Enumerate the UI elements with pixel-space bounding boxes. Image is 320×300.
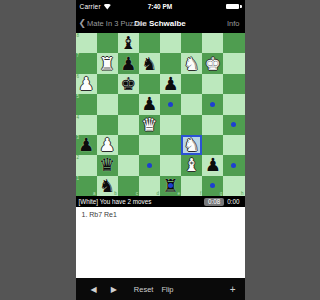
black-pawn[interactable]: ♟ <box>160 74 181 94</box>
square-g8[interactable] <box>202 33 223 53</box>
square-c7[interactable]: ♟ <box>118 53 139 73</box>
square-g3[interactable] <box>202 135 223 155</box>
move-list-area: 1. Rb7 Re1 <box>76 207 245 278</box>
black-pawn[interactable]: ♟ <box>118 53 139 73</box>
white-knight[interactable]: ♞ <box>181 53 202 73</box>
square-c6[interactable]: ♚ <box>118 74 139 94</box>
status-bar: Carrier 7:40 PM <box>76 0 245 13</box>
file-label: d <box>156 191 159 196</box>
square-e2[interactable] <box>160 155 181 175</box>
move-list: 1. Rb7 Re1 <box>82 211 245 218</box>
rank-label: 4 <box>77 115 80 120</box>
square-f7[interactable]: ♞ <box>181 53 202 73</box>
black-pawn[interactable]: ♟ <box>139 94 160 114</box>
square-b4[interactable] <box>97 115 118 135</box>
back-chevron-icon: ❮ <box>79 18 87 28</box>
add-button[interactable]: + <box>230 284 236 295</box>
rank-label: 2 <box>77 155 80 160</box>
header: Carrier 7:40 PM ❮ Mate In 3 Puzzles Die … <box>76 0 245 33</box>
square-h1[interactable]: h <box>223 176 244 196</box>
rank-label: 7 <box>77 53 80 58</box>
square-e6[interactable]: ♟ <box>160 74 181 94</box>
rank-label: 5 <box>77 94 80 99</box>
square-h3[interactable] <box>223 135 244 155</box>
square-c8[interactable]: ♝ <box>118 33 139 53</box>
square-d2[interactable] <box>139 155 160 175</box>
square-b7[interactable]: ♜ <box>97 53 118 73</box>
legal-move-dot <box>147 163 152 168</box>
square-a8[interactable]: 8 <box>76 33 97 53</box>
square-c4[interactable] <box>118 115 139 135</box>
file-label: g <box>220 191 223 196</box>
square-h7[interactable] <box>223 53 244 73</box>
square-a6[interactable]: 6♟ <box>76 74 97 94</box>
square-g2[interactable]: ♟ <box>202 155 223 175</box>
square-g1[interactable]: g <box>202 176 223 196</box>
square-a4[interactable]: 4 <box>76 115 97 135</box>
square-d8[interactable] <box>139 33 160 53</box>
square-b2[interactable]: ♛ <box>97 155 118 175</box>
clocks: 0:08 0:00 <box>204 198 243 206</box>
square-e1[interactable]: e♜ <box>160 176 181 196</box>
square-e4[interactable] <box>160 115 181 135</box>
square-d6[interactable] <box>139 74 160 94</box>
square-f1[interactable]: f <box>181 176 202 196</box>
square-h4[interactable] <box>223 115 244 135</box>
legal-move-dot <box>168 102 173 107</box>
message-bar: [White] You have 2 moves 0:08 0:00 <box>76 196 245 207</box>
legal-move-dot <box>231 163 236 168</box>
square-b8[interactable] <box>97 33 118 53</box>
white-pawn[interactable]: ♟ <box>97 135 118 155</box>
black-knight[interactable]: ♞ <box>139 53 160 73</box>
square-h2[interactable] <box>223 155 244 175</box>
rank-label: 8 <box>77 33 80 38</box>
square-f2[interactable]: ♝ <box>181 155 202 175</box>
white-knight[interactable]: ♞ <box>181 135 202 155</box>
flip-button[interactable]: Flip <box>161 285 173 294</box>
square-h8[interactable] <box>223 33 244 53</box>
file-label: a <box>93 191 96 196</box>
square-d5[interactable]: ♟ <box>139 94 160 114</box>
turn-message: [White] You have 2 moves <box>79 198 152 205</box>
back-label: Mate In 3 Puzzles <box>87 19 147 28</box>
square-b1[interactable]: b♞ <box>97 176 118 196</box>
square-a2[interactable]: 2 <box>76 155 97 175</box>
white-pawn[interactable]: ♟ <box>76 74 97 94</box>
info-button[interactable]: Info <box>227 19 240 28</box>
legal-move-dot <box>231 122 236 127</box>
square-e8[interactable] <box>160 33 181 53</box>
square-f3[interactable]: ♞ <box>181 135 202 155</box>
square-c5[interactable] <box>118 94 139 114</box>
status-time: 7:40 PM <box>76 3 245 10</box>
black-bishop[interactable]: ♝ <box>118 33 139 53</box>
black-king[interactable]: ♚ <box>118 74 139 94</box>
square-a3[interactable]: 3♟ <box>76 135 97 155</box>
prev-move-button[interactable]: ◀ <box>91 285 97 294</box>
square-b5[interactable] <box>97 94 118 114</box>
square-a1[interactable]: 1a <box>76 176 97 196</box>
legal-move-dot <box>210 102 215 107</box>
square-b3[interactable]: ♟ <box>97 135 118 155</box>
square-f6[interactable] <box>181 74 202 94</box>
black-pawn[interactable]: ♟ <box>202 155 223 175</box>
square-g5[interactable] <box>202 94 223 114</box>
white-queen[interactable]: ♛ <box>139 115 160 135</box>
bottom-toolbar: ◀ ▶ Reset Flip + <box>76 278 245 300</box>
black-clock: 0:00 <box>227 198 239 205</box>
square-d7[interactable]: ♞ <box>139 53 160 73</box>
square-a5[interactable]: 5 <box>76 94 97 114</box>
next-move-button[interactable]: ▶ <box>111 285 117 294</box>
white-rook[interactable]: ♜ <box>97 53 118 73</box>
square-g7[interactable]: ♚ <box>202 53 223 73</box>
square-c3[interactable] <box>118 135 139 155</box>
square-b6[interactable] <box>97 74 118 94</box>
square-f4[interactable] <box>181 115 202 135</box>
square-d3[interactable] <box>139 135 160 155</box>
file-label: f <box>200 191 201 196</box>
white-clock: 0:08 <box>204 198 224 206</box>
black-pawn[interactable]: ♟ <box>76 135 97 155</box>
square-c1[interactable]: c <box>118 176 139 196</box>
square-f5[interactable] <box>181 94 202 114</box>
reset-button[interactable]: Reset <box>134 285 154 294</box>
back-button[interactable]: ❮ Mate In 3 Puzzles <box>79 18 147 28</box>
square-h5[interactable] <box>223 94 244 114</box>
square-g4[interactable] <box>202 115 223 135</box>
legal-move-dot <box>210 183 215 188</box>
square-a7[interactable]: 7 <box>76 53 97 73</box>
nav-bar: ❮ Mate In 3 Puzzles Die Schwalbe Info <box>76 13 245 33</box>
app-window: Carrier 7:40 PM ❮ Mate In 3 Puzzles Die … <box>76 0 245 300</box>
square-d1[interactable]: d <box>139 176 160 196</box>
square-e3[interactable] <box>160 135 181 155</box>
file-label: h <box>241 191 244 196</box>
black-queen[interactable]: ♛ <box>97 155 118 175</box>
black-knight[interactable]: ♞ <box>97 176 118 196</box>
white-bishop[interactable]: ♝ <box>181 155 202 175</box>
square-h6[interactable] <box>223 74 244 94</box>
square-c2[interactable] <box>118 155 139 175</box>
square-f8[interactable] <box>181 33 202 53</box>
square-g6[interactable] <box>202 74 223 94</box>
white-king[interactable]: ♚ <box>202 53 223 73</box>
rank-label: 1 <box>77 176 80 181</box>
file-label: c <box>136 191 138 196</box>
square-e5[interactable] <box>160 94 181 114</box>
square-e7[interactable] <box>160 53 181 73</box>
chess-board[interactable]: 8♝7♜♟♞♞♚6♟♚♟5♟4♛3♟♟♞2♛♝♟1ab♞cde♜fgh <box>76 33 245 196</box>
square-d4[interactable]: ♛ <box>139 115 160 135</box>
